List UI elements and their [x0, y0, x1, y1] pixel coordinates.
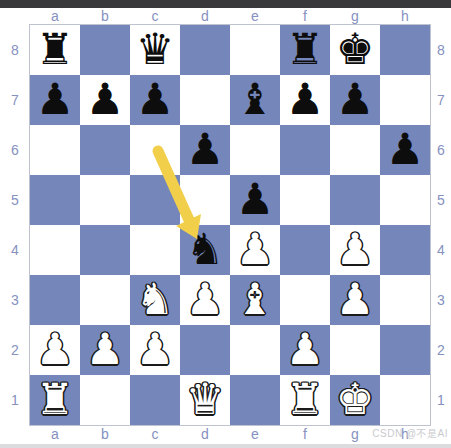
square-g4[interactable]: ♟	[330, 225, 380, 275]
square-g2[interactable]	[330, 325, 380, 375]
square-e6[interactable]	[230, 125, 280, 175]
square-f2[interactable]: ♟	[280, 325, 330, 375]
square-f7[interactable]: ♟	[280, 75, 330, 125]
rank-label-1: 1	[2, 375, 28, 425]
square-f4[interactable]	[280, 225, 330, 275]
chess-app-screenshot: abcdefgh 87654321 ♜♛♜♚♟♟♟♝♟♟♟♟♟♞♟♟♞♟♝♟♟♟…	[0, 0, 451, 448]
rank-label-5: 5	[428, 175, 451, 225]
piece-black-pawn[interactable]: ♟	[336, 78, 375, 121]
piece-black-pawn[interactable]: ♟	[236, 178, 275, 221]
piece-black-bishop[interactable]: ♝	[236, 78, 275, 121]
rank-label-2: 2	[428, 325, 451, 375]
square-c7[interactable]: ♟	[130, 75, 180, 125]
rank-label-8: 8	[428, 25, 451, 75]
square-g5[interactable]	[330, 175, 380, 225]
file-labels-bottom: abcdefgh	[30, 426, 430, 443]
rank-label-6: 6	[428, 125, 451, 175]
square-b6[interactable]	[80, 125, 130, 175]
square-e1[interactable]	[230, 375, 280, 425]
square-g7[interactable]: ♟	[330, 75, 380, 125]
square-a6[interactable]	[30, 125, 80, 175]
square-h3[interactable]	[380, 275, 430, 325]
bottom-edge-strip	[0, 444, 451, 448]
piece-white-bishop[interactable]: ♝	[236, 278, 275, 321]
piece-black-pawn[interactable]: ♟	[186, 128, 225, 171]
rank-label-7: 7	[428, 75, 451, 125]
square-d8[interactable]	[180, 25, 230, 75]
square-h2[interactable]	[380, 325, 430, 375]
square-d2[interactable]	[180, 325, 230, 375]
square-g1[interactable]: ♚	[330, 375, 380, 425]
piece-white-queen[interactable]: ♛	[186, 378, 225, 421]
square-b1[interactable]	[80, 375, 130, 425]
file-label-a: a	[30, 8, 80, 25]
square-b3[interactable]	[80, 275, 130, 325]
piece-black-pawn[interactable]: ♟	[36, 78, 75, 121]
square-d5[interactable]	[180, 175, 230, 225]
square-e8[interactable]	[230, 25, 280, 75]
square-h6[interactable]: ♟	[380, 125, 430, 175]
rank-label-1: 1	[428, 375, 451, 425]
rank-label-3: 3	[2, 275, 28, 325]
square-e3[interactable]: ♝	[230, 275, 280, 325]
piece-black-rook[interactable]: ♜	[286, 28, 325, 71]
square-a4[interactable]	[30, 225, 80, 275]
piece-white-pawn[interactable]: ♟	[286, 328, 325, 371]
square-h1[interactable]	[380, 375, 430, 425]
square-d7[interactable]	[180, 75, 230, 125]
piece-white-pawn[interactable]: ♟	[336, 228, 375, 271]
piece-white-king[interactable]: ♚	[336, 378, 375, 421]
watermark: CSDN @不是AI	[372, 427, 448, 441]
file-label-b: b	[80, 426, 130, 443]
square-e5[interactable]: ♟	[230, 175, 280, 225]
square-g3[interactable]: ♟	[330, 275, 380, 325]
piece-white-pawn[interactable]: ♟	[236, 228, 275, 271]
square-c8[interactable]: ♛	[130, 25, 180, 75]
rank-label-3: 3	[428, 275, 451, 325]
square-c1[interactable]	[130, 375, 180, 425]
square-e4[interactable]: ♟	[230, 225, 280, 275]
piece-black-rook[interactable]: ♜	[36, 28, 75, 71]
file-label-a: a	[30, 426, 80, 443]
square-f8[interactable]: ♜	[280, 25, 330, 75]
piece-black-pawn[interactable]: ♟	[286, 78, 325, 121]
rank-labels-right: 87654321	[428, 25, 451, 425]
square-b5[interactable]	[80, 175, 130, 225]
square-d6[interactable]: ♟	[180, 125, 230, 175]
rank-label-4: 4	[428, 225, 451, 275]
square-c5[interactable]	[130, 175, 180, 225]
square-h5[interactable]	[380, 175, 430, 225]
square-e2[interactable]	[230, 325, 280, 375]
square-f3[interactable]	[280, 275, 330, 325]
square-e7[interactable]: ♝	[230, 75, 280, 125]
square-d4[interactable]: ♞	[180, 225, 230, 275]
square-a3[interactable]	[30, 275, 80, 325]
file-label-f: f	[280, 8, 330, 25]
rank-label-7: 7	[2, 75, 28, 125]
square-f5[interactable]	[280, 175, 330, 225]
piece-white-pawn[interactable]: ♟	[86, 328, 125, 371]
square-b4[interactable]	[80, 225, 130, 275]
file-label-b: b	[80, 8, 130, 25]
file-label-c: c	[130, 426, 180, 443]
piece-black-pawn[interactable]: ♟	[136, 78, 175, 121]
rank-label-5: 5	[2, 175, 28, 225]
rank-label-4: 4	[2, 225, 28, 275]
chess-board: ♜♛♜♚♟♟♟♝♟♟♟♟♟♞♟♟♞♟♝♟♟♟♟♟♜♛♜♚	[30, 25, 430, 425]
piece-white-pawn[interactable]: ♟	[186, 278, 225, 321]
file-label-e: e	[230, 426, 280, 443]
square-c3[interactable]: ♞	[130, 275, 180, 325]
file-label-d: d	[180, 8, 230, 25]
rank-label-2: 2	[2, 325, 28, 375]
piece-black-queen[interactable]: ♛	[136, 28, 175, 71]
square-f1[interactable]: ♜	[280, 375, 330, 425]
square-a1[interactable]: ♜	[30, 375, 80, 425]
piece-black-pawn[interactable]: ♟	[86, 78, 125, 121]
square-b2[interactable]: ♟	[80, 325, 130, 375]
file-labels-top: abcdefgh	[30, 8, 430, 25]
file-label-f: f	[280, 426, 330, 443]
piece-white-rook[interactable]: ♜	[286, 378, 325, 421]
square-d3[interactable]: ♟	[180, 275, 230, 325]
file-label-e: e	[230, 8, 280, 25]
piece-white-rook[interactable]: ♜	[36, 378, 75, 421]
square-b7[interactable]: ♟	[80, 75, 130, 125]
piece-black-king[interactable]: ♚	[336, 28, 375, 71]
window-top-bar	[0, 0, 451, 8]
file-label-c: c	[130, 8, 180, 25]
square-g6[interactable]	[330, 125, 380, 175]
square-a5[interactable]	[30, 175, 80, 225]
piece-black-pawn[interactable]: ♟	[386, 128, 425, 171]
file-label-g: g	[330, 8, 380, 25]
piece-white-knight[interactable]: ♞	[136, 278, 175, 321]
piece-white-pawn[interactable]: ♟	[336, 278, 375, 321]
square-h8[interactable]	[380, 25, 430, 75]
rank-labels-left: 87654321	[2, 25, 28, 425]
file-label-h: h	[380, 8, 430, 25]
file-label-d: d	[180, 426, 230, 443]
rank-label-8: 8	[2, 25, 28, 75]
square-h4[interactable]	[380, 225, 430, 275]
square-b8[interactable]	[80, 25, 130, 75]
piece-white-pawn[interactable]: ♟	[136, 328, 175, 371]
square-f6[interactable]	[280, 125, 330, 175]
square-c6[interactable]	[130, 125, 180, 175]
square-h7[interactable]	[380, 75, 430, 125]
square-a2[interactable]: ♟	[30, 325, 80, 375]
square-c2[interactable]: ♟	[130, 325, 180, 375]
square-d1[interactable]: ♛	[180, 375, 230, 425]
square-a7[interactable]: ♟	[30, 75, 80, 125]
square-c4[interactable]	[130, 225, 180, 275]
square-g8[interactable]: ♚	[330, 25, 380, 75]
piece-black-knight[interactable]: ♞	[186, 228, 225, 271]
piece-white-pawn[interactable]: ♟	[36, 328, 75, 371]
square-a8[interactable]: ♜	[30, 25, 80, 75]
rank-label-6: 6	[2, 125, 28, 175]
